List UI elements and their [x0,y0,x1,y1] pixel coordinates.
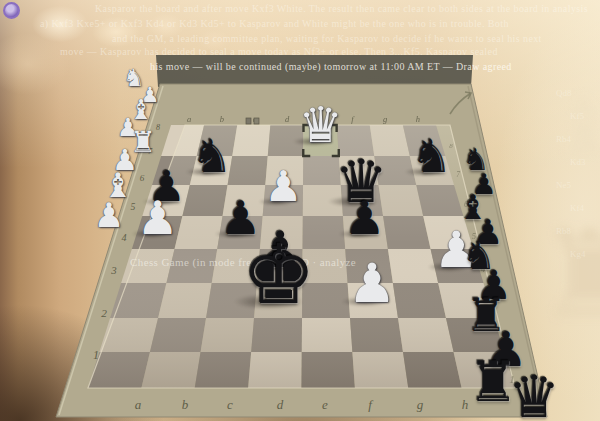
file-label-bottom-c: c [227,397,233,412]
file-label-top-a: a [187,114,191,124]
rank-label-left-3: 3 [110,264,117,276]
rank-label-left-1: 1 [93,348,99,362]
piece-white-pawn-a5[interactable]: ♟ [137,195,178,241]
file-label-bottom-b: b [182,397,189,412]
rank-label-left-2: 2 [101,307,107,319]
square-c2[interactable] [201,318,254,352]
piece-white-pawn-d6[interactable]: ♟ [264,166,302,208]
square-c8[interactable] [232,125,270,156]
square-e2[interactable] [302,318,353,352]
chess-3d-scene: ♜ ♝ Kasparov the board and after move Kx… [0,0,600,421]
file-label-bottom-d: d [277,397,284,412]
captured-white-pawn: ♟ [94,198,124,232]
square-c1[interactable] [195,352,251,388]
square-d2[interactable] [251,318,302,352]
square-g2[interactable] [398,318,454,352]
square-c7[interactable] [228,156,268,185]
border-marker-icon [246,118,251,124]
square-b1[interactable] [141,352,200,388]
board-far-band [156,55,473,87]
piece-black-knight-h7[interactable]: ♞ [411,133,452,179]
rank-label-left-8: 8 [156,123,160,132]
square-f2[interactable] [350,318,403,352]
file-label-top-d: d [285,114,290,124]
file-label-bottom-e: e [322,397,328,412]
square-b2[interactable] [150,318,206,352]
square-d1[interactable] [248,352,302,388]
rank-label-right-7: 7 [456,170,460,179]
captured-black-queen: ♛ [508,368,560,421]
square-b3[interactable] [158,283,212,318]
piece-black-pawn-f5[interactable]: ♟ [344,195,385,241]
piece-white-queen-e8[interactable]: ♛ [298,100,342,149]
square-g1[interactable] [403,352,462,388]
file-label-bottom-g: g [417,397,424,412]
file-label-top-g: g [383,114,387,124]
file-label-top-b: b [220,114,224,124]
square-b4[interactable] [166,249,217,283]
square-g5[interactable] [383,216,431,249]
square-b5[interactable] [175,216,223,249]
piece-black-king-d3[interactable]: ♚ [242,233,316,316]
square-g3[interactable] [393,283,446,318]
square-e1[interactable] [302,352,355,388]
piece-black-knight-b7[interactable]: ♞ [191,133,232,179]
file-label-top-h: h [416,114,420,124]
square-f1[interactable] [352,352,408,388]
rank-label-left-6: 6 [140,173,145,183]
piece-white-pawn-f3[interactable]: ♟ [348,256,397,310]
file-label-bottom-a: a [135,397,142,412]
